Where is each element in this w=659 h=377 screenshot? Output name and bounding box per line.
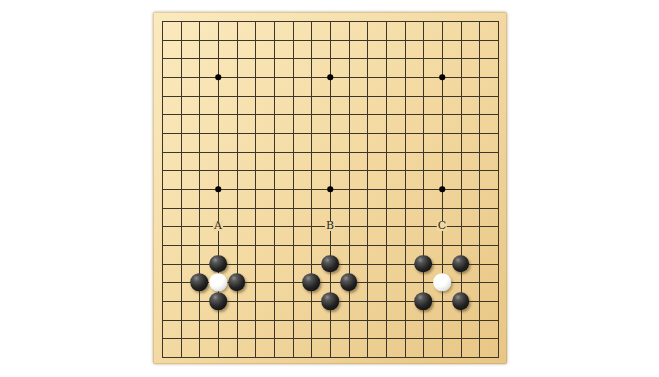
grid-cell (311, 189, 330, 208)
grid-cell (311, 40, 330, 59)
grid-cell (461, 152, 480, 171)
grid-cell (386, 301, 405, 320)
grid-cell (162, 301, 181, 320)
grid-cell (461, 189, 480, 208)
grid-cell (479, 40, 498, 59)
grid-cell (237, 40, 256, 59)
grid-cell (181, 77, 200, 96)
grid-cell (218, 58, 237, 77)
grid-cell (442, 77, 461, 96)
grid-cell (162, 114, 181, 133)
grid-cell (367, 21, 386, 40)
grid-cell (330, 21, 349, 40)
grid-cell (218, 21, 237, 40)
grid-cell (162, 189, 181, 208)
grid-cell (479, 77, 498, 96)
grid-cell (479, 114, 498, 133)
grid-cell (311, 96, 330, 115)
grid-cell (162, 77, 181, 96)
white-stone[interactable] (433, 274, 451, 292)
grid-cell (405, 170, 424, 189)
grid-cell (479, 282, 498, 301)
grid-cell (367, 133, 386, 152)
grid-cell (181, 96, 200, 115)
grid-cell (255, 58, 274, 77)
grid-cell (181, 21, 200, 40)
grid-cell (442, 189, 461, 208)
grid-cell (293, 320, 312, 339)
grid-cell (274, 226, 293, 245)
grid-cell (237, 21, 256, 40)
grid-cell (386, 208, 405, 227)
grid-cell (181, 226, 200, 245)
grid-cell (181, 189, 200, 208)
grid-cell (367, 96, 386, 115)
black-stone[interactable] (452, 292, 470, 310)
grid-cell (367, 245, 386, 264)
grid-cell (218, 170, 237, 189)
grid-cell (367, 152, 386, 171)
grid-cell (237, 226, 256, 245)
grid-cell (349, 40, 368, 59)
grid-cell (386, 189, 405, 208)
black-stone[interactable] (303, 274, 321, 292)
grid-cell (442, 133, 461, 152)
grid-cell (255, 208, 274, 227)
grid-cell (386, 133, 405, 152)
grid-cell (274, 301, 293, 320)
grid-cell (274, 320, 293, 339)
grid-cell (349, 58, 368, 77)
group-label-a: A (213, 221, 223, 231)
grid-cell (274, 21, 293, 40)
grid-cell (255, 320, 274, 339)
grid-cell (293, 40, 312, 59)
grid-cell (218, 40, 237, 59)
grid-cell (255, 226, 274, 245)
grid-cell (237, 58, 256, 77)
grid-cell (461, 40, 480, 59)
grid-cell (293, 301, 312, 320)
grid-cell (255, 114, 274, 133)
grid-cell (274, 77, 293, 96)
grid-cell (274, 189, 293, 208)
grid-cell (461, 133, 480, 152)
grid-cell (386, 170, 405, 189)
grid-cell (162, 264, 181, 283)
grid-cell (461, 170, 480, 189)
grid-cell (181, 133, 200, 152)
grid-cell (461, 77, 480, 96)
grid-cell (367, 40, 386, 59)
grid-cell (162, 96, 181, 115)
grid-cell (386, 320, 405, 339)
black-stone[interactable] (228, 274, 246, 292)
grid-cell (405, 226, 424, 245)
grid-cell (293, 152, 312, 171)
grid-cell (293, 245, 312, 264)
grid-cell (162, 320, 181, 339)
grid-cell (181, 320, 200, 339)
grid-cell (479, 226, 498, 245)
grid-cell (479, 96, 498, 115)
grid-cell (255, 152, 274, 171)
grid-cell (349, 245, 368, 264)
grid-cell (274, 245, 293, 264)
grid-cell (386, 338, 405, 357)
grid-cell (162, 133, 181, 152)
grid-cell (423, 40, 442, 59)
black-stone[interactable] (191, 274, 209, 292)
grid-cell (405, 21, 424, 40)
grid-cell (199, 320, 218, 339)
black-stone[interactable] (321, 292, 339, 310)
grid-cell (274, 152, 293, 171)
grid-cell (367, 264, 386, 283)
grid-cell (442, 338, 461, 357)
grid-cell (293, 114, 312, 133)
grid-cell (311, 152, 330, 171)
grid-cell (237, 301, 256, 320)
black-stone[interactable] (452, 255, 470, 273)
grid-cell (311, 133, 330, 152)
grid-cell (255, 77, 274, 96)
grid-cell (367, 282, 386, 301)
grid-cell (367, 114, 386, 133)
grid-cell (293, 189, 312, 208)
grid-cell (461, 226, 480, 245)
grid-cell (405, 320, 424, 339)
grid-cell (330, 189, 349, 208)
grid-cell (349, 320, 368, 339)
grid-cell (479, 245, 498, 264)
grid-cell (199, 152, 218, 171)
grid-cell (255, 96, 274, 115)
grid-cell (330, 114, 349, 133)
grid-cell (330, 320, 349, 339)
grid-cell (405, 152, 424, 171)
grid-cell (162, 21, 181, 40)
grid-cell (367, 320, 386, 339)
grid-cell (367, 208, 386, 227)
grid-cell (423, 320, 442, 339)
grid-cell (479, 21, 498, 40)
grid-cell (218, 152, 237, 171)
grid-cell (330, 77, 349, 96)
grid-cell (479, 189, 498, 208)
grid-cell (479, 338, 498, 357)
grid-cell (181, 301, 200, 320)
grid-cell (442, 152, 461, 171)
grid-cell (199, 40, 218, 59)
grid-cell (423, 338, 442, 357)
grid-cell (386, 40, 405, 59)
grid-cell (274, 40, 293, 59)
grid-cell (237, 152, 256, 171)
grid-cell (274, 208, 293, 227)
grid-cell (405, 114, 424, 133)
grid-cell (349, 77, 368, 96)
grid-cell (293, 58, 312, 77)
grid-cell (293, 170, 312, 189)
grid-cell (255, 21, 274, 40)
grid-cell (162, 58, 181, 77)
grid-cell (162, 282, 181, 301)
grid-cell (181, 58, 200, 77)
grid-cell (423, 133, 442, 152)
grid-cell (386, 152, 405, 171)
grid-cell (461, 208, 480, 227)
grid-cell (237, 245, 256, 264)
star-point (215, 74, 221, 80)
grid-cell (442, 170, 461, 189)
grid-cell (330, 338, 349, 357)
grid-cell (423, 21, 442, 40)
grid-cell (349, 133, 368, 152)
grid-cell (461, 338, 480, 357)
star-point (215, 186, 221, 192)
grid-cell (199, 77, 218, 96)
grid-cell (274, 282, 293, 301)
grid-cell (405, 77, 424, 96)
grid-cell (386, 114, 405, 133)
grid-cell (367, 301, 386, 320)
grid-cell (423, 77, 442, 96)
grid-cell (311, 114, 330, 133)
grid-cell (405, 58, 424, 77)
grid-cell (479, 133, 498, 152)
grid-cell (442, 96, 461, 115)
grid-cell (274, 96, 293, 115)
grid-cell (405, 40, 424, 59)
grid-cell (181, 114, 200, 133)
grid-cell (293, 21, 312, 40)
grid-cell (349, 226, 368, 245)
grid-cell (237, 77, 256, 96)
grid-cell (255, 245, 274, 264)
grid-cell (237, 338, 256, 357)
grid-cell (367, 77, 386, 96)
group-label-c: C (437, 221, 447, 231)
grid-cell (255, 282, 274, 301)
grid-cell (349, 21, 368, 40)
grid-cell (218, 338, 237, 357)
grid-cell (386, 96, 405, 115)
grid-cell (386, 245, 405, 264)
grid-cell (181, 338, 200, 357)
grid-cell (479, 264, 498, 283)
grid-cell (311, 338, 330, 357)
grid-cell (461, 21, 480, 40)
grid-cell (423, 114, 442, 133)
grid-cell (405, 133, 424, 152)
grid-cell (199, 114, 218, 133)
grid-cell (162, 170, 181, 189)
grid-cell (218, 133, 237, 152)
grid-cell (330, 152, 349, 171)
black-stone[interactable] (209, 255, 227, 273)
grid-cell (218, 320, 237, 339)
grid-cell (311, 77, 330, 96)
grid-cell (293, 96, 312, 115)
go-board[interactable]: ABC (153, 12, 507, 364)
grid-cell (349, 152, 368, 171)
grid-cell (255, 133, 274, 152)
grid-cell (237, 208, 256, 227)
grid-cell (349, 338, 368, 357)
black-stone[interactable] (340, 274, 358, 292)
grid-cell (442, 40, 461, 59)
black-stone[interactable] (209, 292, 227, 310)
grid-cell (255, 264, 274, 283)
black-stone[interactable] (415, 255, 433, 273)
grid-cell (330, 133, 349, 152)
grid-cell (274, 338, 293, 357)
grid-cell (199, 189, 218, 208)
grid-cell (199, 338, 218, 357)
grid-cell (479, 152, 498, 171)
grid-cell (199, 133, 218, 152)
grid-cell (162, 40, 181, 59)
grid-cell (405, 96, 424, 115)
star-point (439, 74, 445, 80)
grid-cell (293, 77, 312, 96)
grid-cell (237, 96, 256, 115)
grid-cell (274, 133, 293, 152)
grid-cell (442, 21, 461, 40)
grid-cell (461, 58, 480, 77)
grid-cell (349, 96, 368, 115)
grid-cell (405, 208, 424, 227)
group-label-b: B (325, 221, 335, 231)
grid-cell (181, 170, 200, 189)
grid-cell (479, 58, 498, 77)
grid-cell (255, 170, 274, 189)
grid-cell (199, 21, 218, 40)
grid-cell (274, 170, 293, 189)
grid-cell (181, 245, 200, 264)
grid-cell (237, 320, 256, 339)
grid-cell (199, 96, 218, 115)
grid-cell (255, 40, 274, 59)
grid-cell (293, 226, 312, 245)
grid-cell (349, 301, 368, 320)
grid-cell (162, 208, 181, 227)
grid-cell (386, 226, 405, 245)
white-stone[interactable] (209, 274, 227, 292)
grid-cell (461, 320, 480, 339)
grid-cell (237, 189, 256, 208)
grid-cell (461, 114, 480, 133)
star-point (327, 186, 333, 192)
grid-cell (367, 338, 386, 357)
grid-cell (181, 152, 200, 171)
grid-cell (274, 264, 293, 283)
star-point (439, 186, 445, 192)
grid-cell (442, 320, 461, 339)
grid-cell (162, 226, 181, 245)
grid-cell (181, 208, 200, 227)
grid-cell (181, 40, 200, 59)
grid-cell (330, 170, 349, 189)
grid-cell (461, 96, 480, 115)
grid-cell (255, 338, 274, 357)
grid-cell (255, 301, 274, 320)
grid-cell (349, 189, 368, 208)
grid-cell (311, 21, 330, 40)
grid-cell (386, 77, 405, 96)
grid-cell (367, 170, 386, 189)
grid-cell (386, 21, 405, 40)
grid-cell (442, 114, 461, 133)
grid-cell (479, 208, 498, 227)
grid-cell (423, 152, 442, 171)
grid-cell (218, 114, 237, 133)
grid-cell (349, 170, 368, 189)
grid-cell (386, 264, 405, 283)
grid-cell (479, 320, 498, 339)
grid-cell (162, 152, 181, 171)
grid-cell (386, 282, 405, 301)
grid-cell (311, 320, 330, 339)
grid-cell (479, 301, 498, 320)
grid-cell (423, 96, 442, 115)
grid-cell (330, 58, 349, 77)
grid-cell (218, 189, 237, 208)
grid-cell (274, 58, 293, 77)
grid-cell (237, 114, 256, 133)
grid-cell (330, 96, 349, 115)
grid-cell (218, 77, 237, 96)
grid-cell (405, 189, 424, 208)
grid-cell (162, 338, 181, 357)
grid-cell (293, 338, 312, 357)
grid-cell (442, 58, 461, 77)
grid-cell (237, 133, 256, 152)
black-stone[interactable] (321, 255, 339, 273)
grid-cell (367, 226, 386, 245)
grid-cell (162, 245, 181, 264)
grid-cell (255, 189, 274, 208)
grid-cell (367, 58, 386, 77)
grid-cell (237, 170, 256, 189)
grid-cell (330, 40, 349, 59)
page: ABC (0, 0, 659, 377)
grid-cell (405, 338, 424, 357)
grid-cell (479, 170, 498, 189)
grid-cell (386, 58, 405, 77)
black-stone[interactable] (415, 292, 433, 310)
grid-cell (293, 208, 312, 227)
grid-cell (423, 189, 442, 208)
grid-cell (274, 114, 293, 133)
grid-cell (349, 114, 368, 133)
grid-cell (367, 189, 386, 208)
star-point (327, 74, 333, 80)
grid-cell (349, 208, 368, 227)
grid-cell (218, 96, 237, 115)
grid-cell (293, 133, 312, 152)
